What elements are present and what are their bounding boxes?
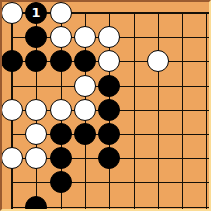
white-stone[interactable] (147, 50, 169, 72)
black-stone[interactable] (50, 50, 72, 72)
grid-line-vertical (134, 13, 135, 209)
black-stone[interactable] (50, 123, 72, 145)
white-stone[interactable] (74, 75, 96, 97)
black-stone[interactable] (50, 171, 72, 193)
black-stone[interactable] (25, 196, 47, 211)
white-stone[interactable] (25, 147, 47, 169)
white-stone[interactable] (98, 26, 120, 48)
black-stone[interactable] (74, 50, 96, 72)
white-stone[interactable] (98, 50, 120, 72)
black-stone[interactable] (25, 26, 47, 48)
grid-line-vertical (158, 13, 159, 209)
white-stone[interactable] (50, 99, 72, 121)
black-stone[interactable] (25, 50, 47, 72)
white-stone[interactable] (50, 2, 72, 24)
grid-line-vertical (206, 13, 207, 209)
black-stone[interactable] (98, 99, 120, 121)
move-number-label: 1 (31, 6, 40, 19)
black-stone[interactable] (50, 147, 72, 169)
white-stone[interactable] (25, 99, 47, 121)
black-stone-move-1[interactable]: 1 (25, 2, 47, 24)
white-stone[interactable] (74, 99, 96, 121)
black-stone[interactable] (98, 123, 120, 145)
white-stone[interactable] (1, 99, 23, 121)
black-stone[interactable] (74, 123, 96, 145)
white-stone[interactable] (74, 26, 96, 48)
go-board[interactable]: 1 (0, 0, 211, 211)
white-stone[interactable] (50, 26, 72, 48)
white-stone[interactable] (1, 2, 23, 24)
white-stone[interactable] (1, 147, 23, 169)
black-stone[interactable] (98, 147, 120, 169)
grid-line-vertical (182, 13, 183, 209)
black-stone[interactable] (1, 50, 23, 72)
white-stone[interactable] (25, 123, 47, 145)
black-stone[interactable] (98, 75, 120, 97)
grid-line-horizontal (12, 182, 209, 183)
